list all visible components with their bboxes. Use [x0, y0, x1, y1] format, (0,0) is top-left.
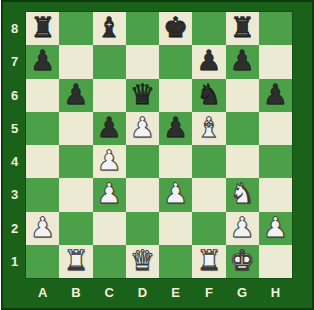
- rank-label-7: 7: [3, 45, 26, 78]
- white-pawn-h2[interactable]: ♟: [263, 212, 288, 244]
- white-rook-f1[interactable]: ♜: [196, 245, 221, 277]
- rank-label-3: 3: [3, 178, 26, 211]
- square-e5[interactable]: ♟: [159, 112, 192, 145]
- white-pawn-a2[interactable]: ♟: [30, 212, 55, 244]
- square-e6[interactable]: [159, 79, 192, 112]
- square-f3[interactable]: [192, 178, 225, 211]
- file-label-f: F: [192, 278, 225, 308]
- rank-label-2: 2: [3, 212, 26, 245]
- square-d1[interactable]: ♛: [126, 245, 159, 278]
- square-b7[interactable]: [59, 45, 92, 78]
- black-rook-a8[interactable]: ♜: [30, 12, 55, 44]
- square-c3[interactable]: ♟: [93, 178, 126, 211]
- square-c8[interactable]: ♝: [93, 12, 126, 45]
- square-c1[interactable]: [93, 245, 126, 278]
- square-g2[interactable]: ♟: [226, 212, 259, 245]
- square-g1[interactable]: ♚: [226, 245, 259, 278]
- black-pawn-f7[interactable]: ♟: [196, 45, 221, 77]
- square-h7[interactable]: [259, 45, 292, 78]
- square-f5[interactable]: ♝: [192, 112, 225, 145]
- square-g4[interactable]: [226, 145, 259, 178]
- square-g3[interactable]: ♞: [226, 178, 259, 211]
- rank-labels: 87654321: [3, 12, 26, 278]
- white-queen-d1[interactable]: ♛: [130, 245, 155, 277]
- file-label-c: C: [93, 278, 126, 308]
- square-c5[interactable]: ♟: [93, 112, 126, 145]
- square-e3[interactable]: ♟: [159, 178, 192, 211]
- white-pawn-c4[interactable]: ♟: [97, 145, 122, 177]
- square-b4[interactable]: [59, 145, 92, 178]
- square-c6[interactable]: [93, 79, 126, 112]
- file-label-a: A: [26, 278, 59, 308]
- black-pawn-b6[interactable]: ♟: [63, 79, 88, 111]
- rank-label-4: 4: [3, 145, 26, 178]
- square-a1[interactable]: [26, 245, 59, 278]
- square-g5[interactable]: [226, 112, 259, 145]
- black-pawn-g7[interactable]: ♟: [230, 45, 255, 77]
- square-a7[interactable]: ♟: [26, 45, 59, 78]
- square-b8[interactable]: [59, 12, 92, 45]
- square-b1[interactable]: ♜: [59, 245, 92, 278]
- black-bishop-c8[interactable]: ♝: [97, 12, 122, 44]
- square-d5[interactable]: ♟: [126, 112, 159, 145]
- white-rook-b1[interactable]: ♜: [63, 245, 88, 277]
- square-d6[interactable]: ♛: [126, 79, 159, 112]
- white-bishop-f5[interactable]: ♝: [196, 112, 221, 144]
- square-f2[interactable]: [192, 212, 225, 245]
- file-label-e: E: [159, 278, 192, 308]
- square-d3[interactable]: [126, 178, 159, 211]
- square-d4[interactable]: [126, 145, 159, 178]
- square-h4[interactable]: [259, 145, 292, 178]
- black-pawn-a7[interactable]: ♟: [30, 45, 55, 77]
- rank-label-1: 1: [3, 245, 26, 278]
- square-b3[interactable]: [59, 178, 92, 211]
- rank-label-5: 5: [3, 112, 26, 145]
- black-pawn-c5[interactable]: ♟: [97, 112, 122, 144]
- square-e1[interactable]: [159, 245, 192, 278]
- square-h2[interactable]: ♟: [259, 212, 292, 245]
- square-b6[interactable]: ♟: [59, 79, 92, 112]
- black-queen-d6[interactable]: ♛: [130, 79, 155, 111]
- square-f6[interactable]: ♞: [192, 79, 225, 112]
- white-king-g1[interactable]: ♚: [230, 245, 255, 277]
- square-h8[interactable]: [259, 12, 292, 45]
- black-king-e8[interactable]: ♚: [163, 12, 188, 44]
- square-d2[interactable]: [126, 212, 159, 245]
- square-e4[interactable]: [159, 145, 192, 178]
- square-h5[interactable]: [259, 112, 292, 145]
- square-h1[interactable]: [259, 245, 292, 278]
- white-knight-g3[interactable]: ♞: [230, 178, 255, 210]
- square-a8[interactable]: ♜: [26, 12, 59, 45]
- white-pawn-e3[interactable]: ♟: [163, 178, 188, 210]
- square-h3[interactable]: [259, 178, 292, 211]
- square-c4[interactable]: ♟: [93, 145, 126, 178]
- file-label-b: B: [59, 278, 92, 308]
- file-label-g: G: [226, 278, 259, 308]
- white-pawn-c3[interactable]: ♟: [97, 178, 122, 210]
- square-g7[interactable]: ♟: [226, 45, 259, 78]
- square-e7[interactable]: [159, 45, 192, 78]
- square-f7[interactable]: ♟: [192, 45, 225, 78]
- square-c2[interactable]: [93, 212, 126, 245]
- square-b5[interactable]: [59, 112, 92, 145]
- chess-app-window: 87654321 ♜♝♚♜♟♟♟♟♛♞♟♟♟♟♝♟♟♟♞♟♟♟♜♛♜♚ ABCD…: [0, 0, 314, 310]
- square-a3[interactable]: [26, 178, 59, 211]
- rank-label-8: 8: [3, 12, 26, 45]
- black-pawn-e5[interactable]: ♟: [163, 112, 188, 144]
- square-d8[interactable]: [126, 12, 159, 45]
- square-a5[interactable]: [26, 112, 59, 145]
- square-a2[interactable]: ♟: [26, 212, 59, 245]
- black-rook-g8[interactable]: ♜: [230, 12, 255, 44]
- square-a4[interactable]: [26, 145, 59, 178]
- square-c7[interactable]: [93, 45, 126, 78]
- rank-label-6: 6: [3, 79, 26, 112]
- board-frame: 87654321 ♜♝♚♜♟♟♟♟♛♞♟♟♟♟♝♟♟♟♞♟♟♟♜♛♜♚ ABCD…: [1, 0, 314, 310]
- black-knight-f6[interactable]: ♞: [196, 79, 221, 111]
- square-f4[interactable]: [192, 145, 225, 178]
- white-pawn-g2[interactable]: ♟: [230, 212, 255, 244]
- square-f8[interactable]: [192, 12, 225, 45]
- file-label-h: H: [259, 278, 292, 308]
- board[interactable]: ♜♝♚♜♟♟♟♟♛♞♟♟♟♟♝♟♟♟♞♟♟♟♜♛♜♚: [26, 12, 292, 278]
- square-b2[interactable]: [59, 212, 92, 245]
- square-g6[interactable]: [226, 79, 259, 112]
- square-g8[interactable]: ♜: [226, 12, 259, 45]
- square-e2[interactable]: [159, 212, 192, 245]
- square-d7[interactable]: [126, 45, 159, 78]
- file-label-d: D: [126, 278, 159, 308]
- square-h6[interactable]: ♟: [259, 79, 292, 112]
- white-pawn-d5[interactable]: ♟: [130, 112, 155, 144]
- square-a6[interactable]: [26, 79, 59, 112]
- square-f1[interactable]: ♜: [192, 245, 225, 278]
- square-e8[interactable]: ♚: [159, 12, 192, 45]
- file-labels: ABCDEFGH: [26, 278, 292, 308]
- black-pawn-h6[interactable]: ♟: [263, 79, 288, 111]
